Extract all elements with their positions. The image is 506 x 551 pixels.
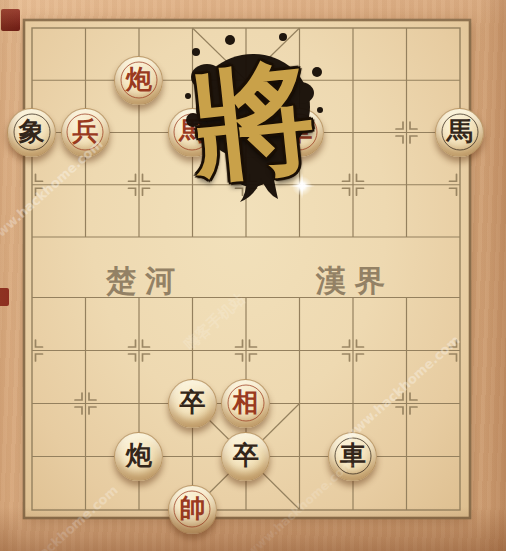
sparkle-effect <box>289 173 315 199</box>
xiangqi-game-screen: 楚河 漢界 象兵炮馬車馬卒相炮卒車帥 將 www.hackhome.com嗨客手… <box>0 0 506 551</box>
